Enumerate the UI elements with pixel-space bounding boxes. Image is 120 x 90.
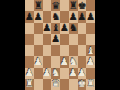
square-a8[interactable]: [25, 0, 34, 11]
square-h2[interactable]: [86, 68, 95, 79]
square-d1[interactable]: ♛: [51, 79, 60, 90]
video-frame: ♜♛♜♚♟♟♞♟♟♟♟♝♟♞♟♝♟♟♞♟♟♟♞♟♟♜♛♚♜: [0, 0, 120, 90]
square-c2[interactable]: ♟: [43, 68, 52, 79]
square-c8[interactable]: [43, 0, 52, 11]
square-a6[interactable]: [25, 23, 34, 34]
square-f3[interactable]: ♞: [69, 56, 78, 67]
white-bishop[interactable]: ♝: [86, 45, 95, 55]
black-bishop[interactable]: ♝: [51, 23, 60, 33]
square-f4[interactable]: [69, 45, 78, 56]
square-c5[interactable]: [43, 34, 52, 45]
right-black-bar: [95, 0, 120, 90]
square-g3[interactable]: [78, 56, 87, 67]
square-h5[interactable]: [86, 34, 95, 45]
square-b7[interactable]: ♟: [34, 11, 43, 22]
square-d7[interactable]: ♞: [51, 11, 60, 22]
square-c3[interactable]: [43, 56, 52, 67]
square-e5[interactable]: [60, 34, 69, 45]
left-black-bar: [0, 0, 25, 90]
black-knight[interactable]: ♞: [51, 11, 60, 21]
square-f8[interactable]: ♜: [69, 0, 78, 11]
square-g5[interactable]: [78, 34, 87, 45]
square-d5[interactable]: ♟: [51, 34, 60, 45]
square-f1[interactable]: [69, 79, 78, 90]
square-a2[interactable]: ♟: [25, 68, 34, 79]
square-h6[interactable]: [86, 23, 95, 34]
white-pawn[interactable]: ♟: [43, 68, 52, 78]
square-g2[interactable]: ♟: [78, 68, 87, 79]
square-c1[interactable]: [43, 79, 52, 90]
square-b1[interactable]: [34, 79, 43, 90]
square-e4[interactable]: [60, 45, 69, 56]
black-knight[interactable]: ♞: [69, 23, 78, 33]
square-c4[interactable]: [43, 45, 52, 56]
black-pawn[interactable]: ♟: [51, 34, 60, 44]
square-e7[interactable]: [60, 11, 69, 22]
white-queen[interactable]: ♛: [51, 79, 60, 89]
square-c7[interactable]: [43, 11, 52, 22]
square-a1[interactable]: ♜: [25, 79, 34, 90]
square-h3[interactable]: ♟: [86, 56, 95, 67]
square-d3[interactable]: [51, 56, 60, 67]
square-g7[interactable]: ♟: [78, 11, 87, 22]
square-a5[interactable]: [25, 34, 34, 45]
square-h4[interactable]: ♝: [86, 45, 95, 56]
square-b3[interactable]: ♟: [34, 56, 43, 67]
square-e2[interactable]: [60, 68, 69, 79]
square-b6[interactable]: [34, 23, 43, 34]
black-rook[interactable]: ♜: [69, 0, 78, 10]
black-rook[interactable]: ♜: [34, 0, 43, 10]
white-pawn[interactable]: ♟: [78, 68, 87, 78]
square-a7[interactable]: ♟: [25, 11, 34, 22]
black-queen[interactable]: ♛: [51, 0, 60, 10]
chess-board[interactable]: ♜♛♜♚♟♟♞♟♟♟♟♝♟♞♟♝♟♟♞♟♟♟♞♟♟♜♛♚♜: [25, 0, 95, 90]
black-pawn[interactable]: ♟: [86, 11, 95, 21]
black-pawn[interactable]: ♟: [69, 11, 78, 21]
white-rook[interactable]: ♜: [25, 79, 34, 89]
square-d6[interactable]: ♝: [51, 23, 60, 34]
white-pawn[interactable]: ♟: [86, 56, 95, 66]
square-a4[interactable]: [25, 45, 34, 56]
square-b8[interactable]: ♜: [34, 0, 43, 11]
square-e3[interactable]: ♟: [60, 56, 69, 67]
square-e1[interactable]: [60, 79, 69, 90]
square-g8[interactable]: ♚: [78, 0, 87, 11]
black-king[interactable]: ♚: [78, 0, 87, 10]
square-h7[interactable]: ♟: [86, 11, 95, 22]
square-d2[interactable]: ♞: [51, 68, 60, 79]
square-h8[interactable]: [86, 0, 95, 11]
black-pawn[interactable]: ♟: [43, 23, 52, 33]
white-pawn[interactable]: ♟: [25, 68, 34, 78]
white-rook[interactable]: ♜: [86, 79, 95, 89]
white-knight[interactable]: ♞: [51, 68, 60, 78]
white-pawn[interactable]: ♟: [34, 56, 43, 66]
black-pawn[interactable]: ♟: [34, 11, 43, 21]
square-f6[interactable]: ♞: [69, 23, 78, 34]
black-pawn[interactable]: ♟: [60, 23, 69, 33]
square-d4[interactable]: [51, 45, 60, 56]
square-f7[interactable]: ♟: [69, 11, 78, 22]
square-b5[interactable]: [34, 34, 43, 45]
white-pawn[interactable]: ♟: [60, 56, 69, 66]
square-b2[interactable]: [34, 68, 43, 79]
square-g6[interactable]: [78, 23, 87, 34]
square-d8[interactable]: ♛: [51, 0, 60, 11]
white-pawn[interactable]: ♟: [69, 68, 78, 78]
square-a3[interactable]: [25, 56, 34, 67]
white-king[interactable]: ♚: [78, 79, 87, 89]
black-pawn[interactable]: ♟: [78, 11, 87, 21]
white-knight[interactable]: ♞: [69, 56, 78, 66]
square-f5[interactable]: [69, 34, 78, 45]
black-pawn[interactable]: ♟: [25, 11, 34, 21]
square-h1[interactable]: ♜: [86, 79, 95, 90]
square-c6[interactable]: ♟: [43, 23, 52, 34]
square-b4[interactable]: [34, 45, 43, 56]
square-g4[interactable]: [78, 45, 87, 56]
square-g1[interactable]: ♚: [78, 79, 87, 90]
square-e8[interactable]: [60, 0, 69, 11]
square-e6[interactable]: ♟: [60, 23, 69, 34]
square-f2[interactable]: ♟: [69, 68, 78, 79]
